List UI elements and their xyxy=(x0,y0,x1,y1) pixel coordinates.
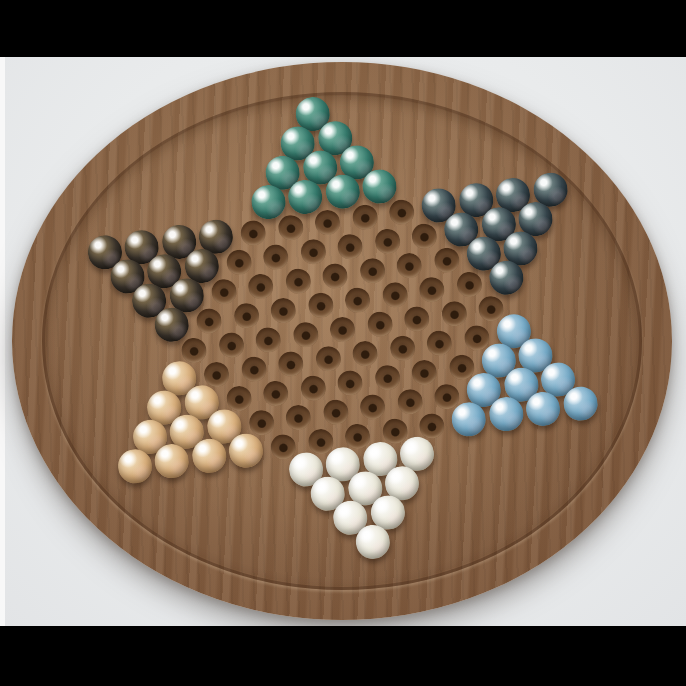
board-hole[interactable] xyxy=(284,267,312,295)
board-hole[interactable] xyxy=(351,340,379,368)
board-cell xyxy=(226,436,267,468)
board-hole[interactable] xyxy=(425,329,453,357)
board-hole[interactable] xyxy=(262,243,290,271)
board-hole[interactable] xyxy=(358,393,386,421)
marble-grid xyxy=(69,68,616,590)
board-hole[interactable] xyxy=(351,203,379,231)
board-hole[interactable] xyxy=(195,307,223,335)
photo-edge-strip xyxy=(0,57,5,626)
board-hole[interactable] xyxy=(299,374,327,402)
board-hole[interactable] xyxy=(433,246,461,274)
board-hole[interactable] xyxy=(336,233,364,261)
board-cell xyxy=(523,394,564,426)
board-hole[interactable] xyxy=(381,281,409,309)
board-hole[interactable] xyxy=(314,208,342,236)
board-hole[interactable] xyxy=(410,358,438,386)
board-cell xyxy=(486,400,527,432)
board-hole[interactable] xyxy=(321,398,349,426)
board-hole[interactable] xyxy=(336,369,364,397)
board-hole[interactable] xyxy=(225,248,253,276)
board-hole[interactable] xyxy=(418,412,446,440)
letterbox-top xyxy=(0,0,686,57)
board-hole[interactable] xyxy=(262,379,290,407)
board-hole[interactable] xyxy=(418,276,446,304)
board-hole[interactable] xyxy=(440,300,468,328)
board-hole[interactable] xyxy=(291,321,319,349)
board-cell xyxy=(189,441,230,473)
screenshot-stage xyxy=(0,0,686,686)
board-hole[interactable] xyxy=(247,272,275,300)
board-cell xyxy=(152,447,193,479)
board-hole[interactable] xyxy=(358,257,386,285)
board-hole[interactable] xyxy=(247,409,275,437)
board-cell xyxy=(486,263,527,295)
board-hole[interactable] xyxy=(373,227,401,255)
board-hole[interactable] xyxy=(232,302,260,330)
board-hole[interactable] xyxy=(388,198,416,226)
board-hole[interactable] xyxy=(299,238,327,266)
board-hole[interactable] xyxy=(202,360,230,388)
board-hole[interactable] xyxy=(210,278,238,306)
board-hole[interactable] xyxy=(277,350,305,378)
board-hole[interactable] xyxy=(396,388,424,416)
board-cell xyxy=(115,452,156,484)
board-hole[interactable] xyxy=(217,331,245,359)
board-hole[interactable] xyxy=(180,336,208,364)
board-hole[interactable] xyxy=(410,222,438,250)
photo-background xyxy=(0,57,686,626)
board-hole[interactable] xyxy=(284,403,312,431)
board-cell xyxy=(560,389,601,421)
board-hole[interactable] xyxy=(395,251,423,279)
board-hole[interactable] xyxy=(254,326,282,354)
board-hole[interactable] xyxy=(343,286,371,314)
board-hole[interactable] xyxy=(403,305,431,333)
board-cell xyxy=(352,527,393,559)
board-hole[interactable] xyxy=(314,345,342,373)
board-hole[interactable] xyxy=(455,270,483,298)
board-hole[interactable] xyxy=(321,262,349,290)
board-hole[interactable] xyxy=(225,385,253,413)
letterbox-bottom xyxy=(0,626,686,686)
board-hole[interactable] xyxy=(329,315,357,343)
board-hole[interactable] xyxy=(306,291,334,319)
board-cell xyxy=(449,405,490,437)
board-hole[interactable] xyxy=(276,214,304,242)
board-hole[interactable] xyxy=(366,310,394,338)
board-hole[interactable] xyxy=(240,355,268,383)
board-hole[interactable] xyxy=(239,219,267,247)
board-hole[interactable] xyxy=(388,334,416,362)
board-hole[interactable] xyxy=(373,364,401,392)
board-hole[interactable] xyxy=(269,296,297,324)
